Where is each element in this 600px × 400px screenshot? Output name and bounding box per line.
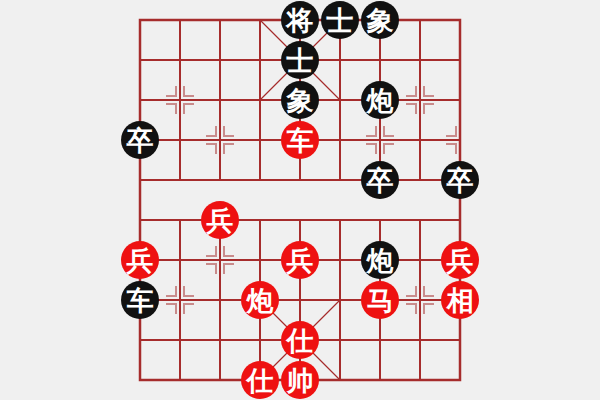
piece-black-soldier-1[interactable]: 卒 (121, 121, 159, 159)
piece-black-cannon-2[interactable]: 炮 (361, 241, 399, 279)
cell-6-7[interactable]: 马 (360, 280, 400, 320)
piece-red-soldier-1[interactable]: 兵 (201, 201, 239, 239)
cell-3-7[interactable]: 炮 (240, 280, 280, 320)
cell-4-3[interactable]: 车 (280, 120, 320, 160)
piece-black-elephant-1[interactable]: 象 (361, 1, 399, 39)
cell-4-8[interactable]: 仕 (280, 320, 320, 360)
cell-6-6[interactable]: 炮 (360, 240, 400, 280)
cell-8-4[interactable]: 卒 (440, 160, 480, 200)
xiangqi-app: 将士象士象炮卒车卒卒兵兵兵炮兵车炮马相仕仕帅 (0, 0, 600, 400)
piece-red-elephant[interactable]: 相 (441, 281, 479, 319)
piece-black-cannon-1[interactable]: 炮 (361, 81, 399, 119)
piece-black-chariot[interactable]: 车 (121, 281, 159, 319)
piece-black-soldier-3[interactable]: 卒 (441, 161, 479, 199)
cell-0-7[interactable]: 车 (120, 280, 160, 320)
piece-black-general[interactable]: 将 (281, 1, 319, 39)
cell-4-2[interactable]: 象 (280, 80, 320, 120)
piece-red-soldier-4[interactable]: 兵 (441, 241, 479, 279)
piece-red-soldier-3[interactable]: 兵 (281, 241, 319, 279)
cell-4-9[interactable]: 帅 (280, 360, 320, 400)
piece-black-advisor-1[interactable]: 士 (321, 1, 359, 39)
cell-0-6[interactable]: 兵 (120, 240, 160, 280)
piece-red-soldier-2[interactable]: 兵 (121, 241, 159, 279)
cell-4-0[interactable]: 将 (280, 0, 320, 40)
cell-2-5[interactable]: 兵 (200, 200, 240, 240)
cell-6-4[interactable]: 卒 (360, 160, 400, 200)
piece-red-general[interactable]: 帅 (281, 361, 319, 399)
piece-red-advisor-2[interactable]: 仕 (241, 361, 279, 399)
piece-black-elephant-2[interactable]: 象 (281, 81, 319, 119)
piece-red-chariot[interactable]: 车 (281, 121, 319, 159)
xiangqi-board: 将士象士象炮卒车卒卒兵兵兵炮兵车炮马相仕仕帅 (120, 0, 480, 400)
cell-8-7[interactable]: 相 (440, 280, 480, 320)
piece-red-horse[interactable]: 马 (361, 281, 399, 319)
cell-3-9[interactable]: 仕 (240, 360, 280, 400)
piece-black-soldier-2[interactable]: 卒 (361, 161, 399, 199)
cell-0-3[interactable]: 卒 (120, 120, 160, 160)
cell-4-6[interactable]: 兵 (280, 240, 320, 280)
piece-red-cannon[interactable]: 炮 (241, 281, 279, 319)
cell-5-0[interactable]: 士 (320, 0, 360, 40)
cell-6-2[interactable]: 炮 (360, 80, 400, 120)
cell-8-6[interactable]: 兵 (440, 240, 480, 280)
board-grid[interactable]: 将士象士象炮卒车卒卒兵兵兵炮兵车炮马相仕仕帅 (120, 0, 480, 400)
cell-4-1[interactable]: 士 (280, 40, 320, 80)
piece-red-advisor-1[interactable]: 仕 (281, 321, 319, 359)
piece-black-advisor-2[interactable]: 士 (281, 41, 319, 79)
cell-6-0[interactable]: 象 (360, 0, 400, 40)
